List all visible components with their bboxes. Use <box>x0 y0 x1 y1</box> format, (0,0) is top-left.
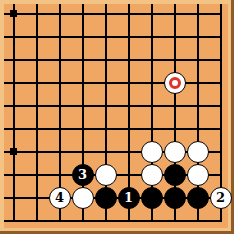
board-point[interactable] <box>48 2 71 25</box>
board-point[interactable] <box>209 117 232 140</box>
board-point[interactable] <box>2 117 25 140</box>
board-point[interactable]: 3 <box>71 163 94 186</box>
board-point[interactable] <box>2 209 25 232</box>
board-point[interactable] <box>25 186 48 209</box>
board-point[interactable] <box>186 2 209 25</box>
board-point[interactable] <box>71 48 94 71</box>
board-point[interactable] <box>71 117 94 140</box>
board-point[interactable] <box>25 48 48 71</box>
board-point[interactable] <box>48 94 71 117</box>
black-stone[interactable]: 3 <box>72 164 94 186</box>
board-point[interactable] <box>209 94 232 117</box>
board-point[interactable] <box>186 163 209 186</box>
board-point[interactable] <box>117 25 140 48</box>
board-point[interactable] <box>117 163 140 186</box>
board-point[interactable] <box>94 117 117 140</box>
board-point[interactable] <box>186 48 209 71</box>
black-stone[interactable] <box>95 187 117 209</box>
board-point[interactable] <box>94 2 117 25</box>
board-point[interactable] <box>2 140 25 163</box>
board-point[interactable] <box>48 140 71 163</box>
board-point[interactable] <box>2 94 25 117</box>
board-point[interactable] <box>140 209 163 232</box>
board-point[interactable] <box>186 117 209 140</box>
board-point[interactable] <box>25 117 48 140</box>
white-stone[interactable] <box>164 72 186 94</box>
board-point[interactable] <box>140 48 163 71</box>
board-point[interactable] <box>71 71 94 94</box>
board-point[interactable] <box>163 94 186 117</box>
board-point[interactable] <box>48 25 71 48</box>
board-grid: 3412 <box>2 2 232 232</box>
board-point[interactable] <box>94 186 117 209</box>
black-stone[interactable] <box>164 187 186 209</box>
board-point[interactable] <box>163 71 186 94</box>
white-stone[interactable] <box>72 187 94 209</box>
white-stone[interactable] <box>141 141 163 163</box>
board-point[interactable] <box>25 209 48 232</box>
board-point[interactable] <box>163 140 186 163</box>
board-point[interactable] <box>2 71 25 94</box>
board-point[interactable] <box>2 2 25 25</box>
board-point[interactable] <box>94 94 117 117</box>
board-point[interactable] <box>209 2 232 25</box>
board-point[interactable] <box>71 140 94 163</box>
board-point[interactable] <box>140 186 163 209</box>
board-point[interactable] <box>25 163 48 186</box>
board-point[interactable] <box>163 163 186 186</box>
board-point[interactable] <box>140 140 163 163</box>
board-point[interactable] <box>94 163 117 186</box>
go-board: 3412 <box>4 4 228 228</box>
board-point[interactable] <box>25 71 48 94</box>
board-point[interactable] <box>71 94 94 117</box>
board-point[interactable] <box>117 2 140 25</box>
move-number-label: 1 <box>124 191 133 204</box>
board-point[interactable] <box>163 117 186 140</box>
board-point[interactable] <box>163 209 186 232</box>
board-point[interactable] <box>117 71 140 94</box>
board-point[interactable] <box>2 163 25 186</box>
white-stone[interactable]: 2 <box>210 187 232 209</box>
board-point[interactable] <box>209 25 232 48</box>
board-point[interactable] <box>48 71 71 94</box>
board-point[interactable] <box>94 71 117 94</box>
board-point[interactable] <box>163 48 186 71</box>
board-point[interactable] <box>209 163 232 186</box>
black-stone[interactable] <box>164 164 186 186</box>
board-point[interactable] <box>140 25 163 48</box>
board-point[interactable] <box>71 209 94 232</box>
board-point[interactable] <box>163 25 186 48</box>
board-point[interactable]: 1 <box>117 186 140 209</box>
board-point[interactable] <box>140 163 163 186</box>
black-stone[interactable]: 1 <box>118 187 140 209</box>
board-point[interactable] <box>117 94 140 117</box>
hoshi-marker <box>10 10 17 17</box>
move-number-label: 3 <box>78 168 87 181</box>
board-point[interactable] <box>94 48 117 71</box>
board-point[interactable] <box>71 25 94 48</box>
board-point[interactable] <box>117 117 140 140</box>
board-point[interactable] <box>94 209 117 232</box>
white-stone[interactable] <box>141 164 163 186</box>
white-stone[interactable] <box>164 141 186 163</box>
board-point[interactable] <box>209 71 232 94</box>
board-point[interactable] <box>48 48 71 71</box>
board-point[interactable] <box>186 186 209 209</box>
move-number-label: 4 <box>55 191 64 204</box>
go-diagram: 3412 <box>0 0 234 234</box>
hoshi-marker <box>10 148 17 155</box>
board-point[interactable] <box>140 94 163 117</box>
board-point[interactable] <box>186 209 209 232</box>
board-point[interactable] <box>186 71 209 94</box>
board-point[interactable] <box>94 140 117 163</box>
white-stone[interactable] <box>187 164 209 186</box>
board-point[interactable] <box>163 2 186 25</box>
board-point[interactable] <box>117 209 140 232</box>
board-point[interactable] <box>117 140 140 163</box>
board-point[interactable] <box>2 186 25 209</box>
board-point[interactable] <box>25 2 48 25</box>
board-point[interactable] <box>209 48 232 71</box>
board-point[interactable] <box>140 2 163 25</box>
board-point[interactable] <box>117 48 140 71</box>
board-point[interactable] <box>140 71 163 94</box>
white-stone[interactable]: 4 <box>49 187 71 209</box>
board-point[interactable] <box>25 94 48 117</box>
board-point[interactable] <box>186 25 209 48</box>
board-point[interactable] <box>2 25 25 48</box>
white-stone[interactable] <box>95 164 117 186</box>
move-number-label: 2 <box>216 191 225 204</box>
black-stone[interactable] <box>187 187 209 209</box>
board-point[interactable] <box>94 25 117 48</box>
board-point[interactable] <box>48 209 71 232</box>
board-point[interactable]: 2 <box>209 186 232 209</box>
white-stone[interactable] <box>187 141 209 163</box>
board-point[interactable] <box>71 2 94 25</box>
board-shadow-bottom <box>0 231 234 234</box>
board-point[interactable] <box>25 140 48 163</box>
board-point[interactable] <box>140 117 163 140</box>
board-point[interactable] <box>186 140 209 163</box>
board-point[interactable] <box>71 186 94 209</box>
board-point[interactable] <box>48 163 71 186</box>
board-point[interactable] <box>25 25 48 48</box>
board-point[interactable] <box>209 209 232 232</box>
board-point[interactable] <box>209 140 232 163</box>
circle-marker-icon <box>169 77 181 89</box>
board-point[interactable] <box>2 48 25 71</box>
board-point[interactable] <box>48 117 71 140</box>
board-point[interactable] <box>186 94 209 117</box>
board-point[interactable] <box>163 186 186 209</box>
board-point[interactable]: 4 <box>48 186 71 209</box>
black-stone[interactable] <box>141 187 163 209</box>
